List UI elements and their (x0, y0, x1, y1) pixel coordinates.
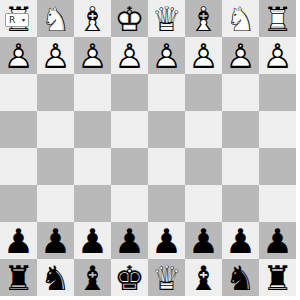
square-c7[interactable]: ♟ (185, 222, 222, 259)
square-g6[interactable] (37, 185, 74, 222)
piece-glyph: ♟ (37, 222, 74, 259)
square-a5[interactable] (259, 148, 296, 185)
square-e2[interactable]: ♟♙ (111, 37, 148, 74)
square-a6[interactable] (259, 185, 296, 222)
piece-outline-layer: ♙ (74, 37, 111, 74)
piece-black-knight: ♞ (37, 259, 74, 296)
square-c8[interactable]: ♝ (185, 259, 222, 296)
square-f6[interactable] (74, 185, 111, 222)
piece-black-bishop: ♝ (74, 259, 111, 296)
square-b5[interactable] (222, 148, 259, 185)
square-h7[interactable]: ♟ (0, 222, 37, 259)
square-a3[interactable] (259, 74, 296, 111)
piece-outline-layer: ♙ (185, 37, 222, 74)
piece-glyph: ♝ (74, 259, 111, 296)
piece-glyph: ♟ (74, 222, 111, 259)
piece-white-bishop: ♝♗ (74, 0, 111, 37)
piece-white-rook: ♜♖ (259, 0, 296, 37)
square-e4[interactable] (111, 111, 148, 148)
square-b6[interactable] (222, 185, 259, 222)
piece-black-pawn: ♟ (37, 222, 74, 259)
piece-white-queen: ♛♕ (148, 0, 185, 37)
piece-outline-layer: ♗ (185, 0, 222, 37)
square-a7[interactable]: ♟ (259, 222, 296, 259)
piece-black-pawn: ♟ (222, 222, 259, 259)
piece-white-knight: ♞♘ (37, 0, 74, 37)
square-d7[interactable]: ♟ (148, 222, 185, 259)
square-c1[interactable]: ♝♗ (185, 0, 222, 37)
piece-white-pawn: ♟♙ (0, 37, 37, 74)
piece-black-pawn: ♟ (74, 222, 111, 259)
square-g8[interactable]: ♞ (37, 259, 74, 296)
square-e3[interactable] (111, 74, 148, 111)
chevron-down-icon: ▾ (22, 17, 25, 23)
square-h8[interactable]: ♜ (0, 259, 37, 296)
square-h5[interactable] (0, 148, 37, 185)
piece-outline-layer: ♘ (37, 0, 74, 37)
piece-glyph: ♝ (185, 259, 222, 296)
square-f4[interactable] (74, 111, 111, 148)
piece-white-king: ♚♔ (111, 0, 148, 37)
piece-outline-layer: ♔ (111, 0, 148, 37)
square-a2[interactable]: ♟♙ (259, 37, 296, 74)
piece-black-pawn: ♟ (0, 222, 37, 259)
piece-glyph: ♟ (222, 222, 259, 259)
piece-white-pawn: ♟♙ (74, 37, 111, 74)
square-e5[interactable] (111, 148, 148, 185)
square-h4[interactable] (0, 111, 37, 148)
square-h3[interactable] (0, 74, 37, 111)
square-e8[interactable]: ♚ (111, 259, 148, 296)
square-b7[interactable]: ♟ (222, 222, 259, 259)
square-b8[interactable]: ♞ (222, 259, 259, 296)
piece-glyph: ♟ (0, 222, 37, 259)
square-c6[interactable] (185, 185, 222, 222)
piece-outline-layer: ♕ (148, 0, 185, 37)
piece-black-king: ♚ (111, 259, 148, 296)
square-h2[interactable]: ♟♙ (0, 37, 37, 74)
piece-outline-layer: ♙ (222, 37, 259, 74)
square-a8[interactable]: ♜ (259, 259, 296, 296)
piece-outline-layer: ♙ (37, 37, 74, 74)
piece-select-value: R (9, 15, 15, 25)
piece-black-pawn: ♟ (185, 222, 222, 259)
square-c4[interactable] (185, 111, 222, 148)
square-e1[interactable]: ♚♔ (111, 0, 148, 37)
piece-black-rook: ♜ (259, 259, 296, 296)
piece-outline-layer: ♙ (111, 37, 148, 74)
piece-outline-layer: ♖ (259, 0, 296, 37)
piece-glyph: ♚ (111, 259, 148, 296)
piece-outline-layer: ♙ (148, 37, 185, 74)
square-d6[interactable] (148, 185, 185, 222)
square-d2[interactable]: ♟♙ (148, 37, 185, 74)
square-a4[interactable] (259, 111, 296, 148)
square-e6[interactable] (111, 185, 148, 222)
square-a1[interactable]: ♜♖ (259, 0, 296, 37)
square-c2[interactable]: ♟♙ (185, 37, 222, 74)
square-d5[interactable] (148, 148, 185, 185)
piece-glyph: ♜ (259, 259, 296, 296)
square-h6[interactable] (0, 185, 37, 222)
piece-black-queen: ♛♕ (148, 259, 185, 296)
piece-white-pawn: ♟♙ (259, 37, 296, 74)
square-g1[interactable]: ♞♘ (37, 0, 74, 37)
piece-glyph: ♞ (37, 259, 74, 296)
piece-outline-layer: ♕ (148, 259, 185, 296)
square-g5[interactable] (37, 148, 74, 185)
piece-black-rook: ♜ (0, 259, 37, 296)
square-g4[interactable] (37, 111, 74, 148)
piece-white-pawn: ♟♙ (148, 37, 185, 74)
piece-white-pawn: ♟♙ (111, 37, 148, 74)
piece-outline-layer: ♙ (259, 37, 296, 74)
piece-white-bishop: ♝♗ (185, 0, 222, 37)
piece-outline-layer: ♙ (0, 37, 37, 74)
piece-outline-layer: ♗ (74, 0, 111, 37)
piece-black-pawn: ♟ (148, 222, 185, 259)
square-f2[interactable]: ♟♙ (74, 37, 111, 74)
piece-white-pawn: ♟♙ (185, 37, 222, 74)
piece-outline-layer: ♘ (222, 0, 259, 37)
piece-black-pawn: ♟ (259, 222, 296, 259)
piece-glyph: ♟ (185, 222, 222, 259)
square-b3[interactable] (222, 74, 259, 111)
square-c3[interactable] (185, 74, 222, 111)
square-f7[interactable]: ♟ (74, 222, 111, 259)
square-d8[interactable]: ♛♕ (148, 259, 185, 296)
piece-select-dropdown[interactable]: R ▾ (5, 13, 29, 27)
square-b2[interactable]: ♟♙ (222, 37, 259, 74)
chess-board: R ▾ ♜♖♞♘♝♗♚♔♛♕♝♗♞♘♜♖♟♙♟♙♟♙♟♙♟♙♟♙♟♙♟♙♟♟♟♟… (0, 0, 296, 296)
piece-glyph: ♟ (148, 222, 185, 259)
square-f1[interactable]: ♝♗ (74, 0, 111, 37)
square-g7[interactable]: ♟ (37, 222, 74, 259)
square-b4[interactable] (222, 111, 259, 148)
piece-black-pawn: ♟ (111, 222, 148, 259)
piece-glyph: ♟ (259, 222, 296, 259)
piece-glyph: ♜ (0, 259, 37, 296)
piece-black-knight: ♞ (222, 259, 259, 296)
square-f8[interactable]: ♝ (74, 259, 111, 296)
piece-white-pawn: ♟♙ (37, 37, 74, 74)
piece-white-knight: ♞♘ (222, 0, 259, 37)
square-d4[interactable] (148, 111, 185, 148)
square-b1[interactable]: ♞♘ (222, 0, 259, 37)
square-g2[interactable]: ♟♙ (37, 37, 74, 74)
square-d1[interactable]: ♛♕ (148, 0, 185, 37)
square-c5[interactable] (185, 148, 222, 185)
piece-white-pawn: ♟♙ (222, 37, 259, 74)
square-f5[interactable] (74, 148, 111, 185)
piece-glyph: ♟ (111, 222, 148, 259)
square-f3[interactable] (74, 74, 111, 111)
piece-black-bishop: ♝ (185, 259, 222, 296)
square-g3[interactable] (37, 74, 74, 111)
piece-glyph: ♞ (222, 259, 259, 296)
square-d3[interactable] (148, 74, 185, 111)
square-e7[interactable]: ♟ (111, 222, 148, 259)
